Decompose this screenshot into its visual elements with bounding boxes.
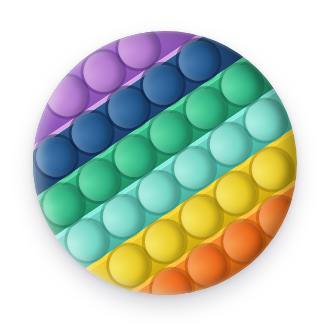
pop-it-board [0,0,330,330]
pop-it-toy [33,31,297,295]
product-photo [0,0,330,330]
